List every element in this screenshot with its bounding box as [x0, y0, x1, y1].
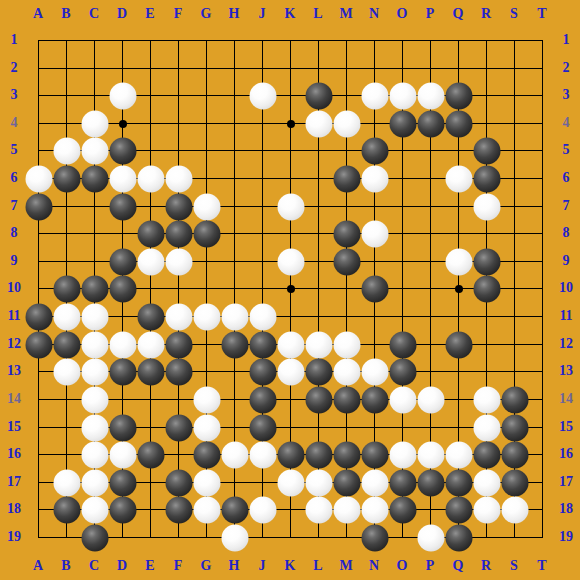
stone-black-D17 — [109, 469, 136, 496]
stone-black-D5 — [109, 137, 136, 164]
row-label-right-8: 8 — [563, 225, 570, 241]
stone-white-K9 — [277, 248, 304, 275]
stone-white-G15 — [193, 414, 220, 441]
col-label-top-E: E — [145, 6, 154, 22]
stone-black-R10 — [473, 275, 500, 302]
row-label-right-10: 10 — [559, 280, 573, 296]
stone-black-F13 — [165, 358, 192, 385]
stone-white-L17 — [305, 469, 332, 496]
row-label-right-5: 5 — [563, 142, 570, 158]
row-label-left-18: 18 — [7, 501, 21, 517]
stone-black-D13 — [109, 358, 136, 385]
stone-black-N10 — [361, 275, 388, 302]
row-label-right-17: 17 — [559, 474, 573, 490]
stone-black-N5 — [361, 137, 388, 164]
stone-black-F8 — [165, 220, 192, 247]
row-label-right-14: 14 — [559, 391, 573, 407]
stone-black-P4 — [417, 110, 444, 137]
stone-white-C17 — [81, 469, 108, 496]
row-label-left-6: 6 — [11, 170, 18, 186]
col-label-bottom-N: N — [369, 558, 379, 574]
stone-white-E12 — [137, 331, 164, 358]
stone-black-C6 — [81, 165, 108, 192]
stone-white-Q9 — [445, 248, 472, 275]
stone-black-G8 — [193, 220, 220, 247]
stone-white-P19 — [417, 524, 444, 551]
stone-white-J3 — [249, 82, 276, 109]
stone-white-J18 — [249, 496, 276, 523]
row-label-left-11: 11 — [7, 308, 20, 324]
stone-black-M14 — [333, 386, 360, 413]
stone-black-Q4 — [445, 110, 472, 137]
stone-white-N8 — [361, 220, 388, 247]
stone-black-B18 — [53, 496, 80, 523]
stone-white-K13 — [277, 358, 304, 385]
stone-black-F7 — [165, 193, 192, 220]
col-label-top-Q: Q — [453, 6, 464, 22]
stone-white-R15 — [473, 414, 500, 441]
stone-black-E11 — [137, 303, 164, 330]
stone-black-H12 — [221, 331, 248, 358]
grid-line-v-A — [38, 40, 39, 538]
stone-black-D15 — [109, 414, 136, 441]
row-label-right-2: 2 — [563, 60, 570, 76]
stone-black-M6 — [333, 165, 360, 192]
stone-black-S17 — [501, 469, 528, 496]
row-label-right-12: 12 — [559, 336, 573, 352]
stone-black-K16 — [277, 441, 304, 468]
stone-white-M13 — [333, 358, 360, 385]
star-point-K4 — [287, 120, 295, 128]
stone-black-S15 — [501, 414, 528, 441]
row-label-right-1: 1 — [563, 32, 570, 48]
stone-white-B11 — [53, 303, 80, 330]
stone-black-D10 — [109, 275, 136, 302]
go-board-app: AA11BB22CC33DD44EE55FF66GG77HH88JJ99KK10… — [0, 0, 580, 580]
stone-black-L13 — [305, 358, 332, 385]
row-label-right-13: 13 — [559, 363, 573, 379]
stone-black-D7 — [109, 193, 136, 220]
col-label-top-P: P — [426, 6, 435, 22]
row-label-left-5: 5 — [11, 142, 18, 158]
col-label-bottom-A: A — [33, 558, 43, 574]
stone-black-N14 — [361, 386, 388, 413]
stone-white-G11 — [193, 303, 220, 330]
stone-black-R6 — [473, 165, 500, 192]
stone-black-B6 — [53, 165, 80, 192]
stone-black-M17 — [333, 469, 360, 496]
col-label-top-O: O — [397, 6, 408, 22]
stone-black-J12 — [249, 331, 276, 358]
stone-black-R5 — [473, 137, 500, 164]
star-point-Q10 — [455, 285, 463, 293]
stone-black-O18 — [389, 496, 416, 523]
col-label-bottom-E: E — [145, 558, 154, 574]
row-label-left-3: 3 — [11, 87, 18, 103]
stone-white-G7 — [193, 193, 220, 220]
row-label-left-13: 13 — [7, 363, 21, 379]
row-label-left-12: 12 — [7, 336, 21, 352]
stone-white-B17 — [53, 469, 80, 496]
stone-black-F18 — [165, 496, 192, 523]
col-label-top-M: M — [339, 6, 352, 22]
stone-white-A6 — [25, 165, 52, 192]
stone-black-E8 — [137, 220, 164, 247]
row-label-right-15: 15 — [559, 419, 573, 435]
stone-black-H18 — [221, 496, 248, 523]
stone-white-Q6 — [445, 165, 472, 192]
stone-white-S18 — [501, 496, 528, 523]
stone-white-R17 — [473, 469, 500, 496]
stone-black-P17 — [417, 469, 444, 496]
row-label-right-9: 9 — [563, 253, 570, 269]
grid-line-h-14 — [38, 399, 543, 400]
stone-white-M4 — [333, 110, 360, 137]
col-label-bottom-O: O — [397, 558, 408, 574]
row-label-left-17: 17 — [7, 474, 21, 490]
stone-black-L14 — [305, 386, 332, 413]
stone-black-L3 — [305, 82, 332, 109]
stone-white-F11 — [165, 303, 192, 330]
stone-black-J15 — [249, 414, 276, 441]
col-label-bottom-K: K — [285, 558, 296, 574]
stone-black-F15 — [165, 414, 192, 441]
stone-white-F6 — [165, 165, 192, 192]
stone-white-C11 — [81, 303, 108, 330]
col-label-bottom-S: S — [510, 558, 518, 574]
row-label-right-3: 3 — [563, 87, 570, 103]
stone-white-K12 — [277, 331, 304, 358]
stone-black-R16 — [473, 441, 500, 468]
stone-black-N19 — [361, 524, 388, 551]
col-label-top-D: D — [117, 6, 127, 22]
stone-black-M8 — [333, 220, 360, 247]
stone-white-R18 — [473, 496, 500, 523]
col-label-bottom-T: T — [537, 558, 546, 574]
row-label-right-11: 11 — [559, 308, 572, 324]
row-label-right-19: 19 — [559, 529, 573, 545]
stone-white-K17 — [277, 469, 304, 496]
stone-black-B12 — [53, 331, 80, 358]
stone-black-S16 — [501, 441, 528, 468]
stone-white-J11 — [249, 303, 276, 330]
col-label-bottom-B: B — [61, 558, 70, 574]
col-label-top-R: R — [481, 6, 491, 22]
row-label-left-4: 4 — [11, 115, 18, 131]
stone-black-A12 — [25, 331, 52, 358]
row-label-left-16: 16 — [7, 446, 21, 462]
col-label-bottom-Q: Q — [453, 558, 464, 574]
stone-black-Q19 — [445, 524, 472, 551]
stone-black-G16 — [193, 441, 220, 468]
stone-black-E13 — [137, 358, 164, 385]
stone-white-B5 — [53, 137, 80, 164]
stone-white-C14 — [81, 386, 108, 413]
stone-black-O12 — [389, 331, 416, 358]
stone-white-M18 — [333, 496, 360, 523]
stone-white-M12 — [333, 331, 360, 358]
stone-white-L12 — [305, 331, 332, 358]
stone-white-N13 — [361, 358, 388, 385]
stone-black-M16 — [333, 441, 360, 468]
stone-black-O17 — [389, 469, 416, 496]
row-label-right-6: 6 — [563, 170, 570, 186]
col-label-bottom-P: P — [426, 558, 435, 574]
stone-white-C4 — [81, 110, 108, 137]
row-label-right-16: 16 — [559, 446, 573, 462]
col-label-bottom-H: H — [229, 558, 240, 574]
stone-black-F12 — [165, 331, 192, 358]
stone-black-J13 — [249, 358, 276, 385]
stone-white-E6 — [137, 165, 164, 192]
row-label-left-2: 2 — [11, 60, 18, 76]
stone-white-G14 — [193, 386, 220, 413]
col-label-bottom-G: G — [201, 558, 212, 574]
row-label-right-18: 18 — [559, 501, 573, 517]
col-label-bottom-L: L — [313, 558, 322, 574]
stone-black-A11 — [25, 303, 52, 330]
col-label-top-N: N — [369, 6, 379, 22]
stone-black-F17 — [165, 469, 192, 496]
stone-white-N17 — [361, 469, 388, 496]
stone-white-P14 — [417, 386, 444, 413]
col-label-top-G: G — [201, 6, 212, 22]
stone-black-S14 — [501, 386, 528, 413]
stone-black-N16 — [361, 441, 388, 468]
stone-white-N18 — [361, 496, 388, 523]
stone-white-E9 — [137, 248, 164, 275]
stone-white-P16 — [417, 441, 444, 468]
stone-white-D12 — [109, 331, 136, 358]
stone-white-B13 — [53, 358, 80, 385]
col-label-bottom-F: F — [174, 558, 183, 574]
stone-black-Q12 — [445, 331, 472, 358]
stone-white-K7 — [277, 193, 304, 220]
col-label-bottom-M: M — [339, 558, 352, 574]
col-label-top-C: C — [89, 6, 99, 22]
stone-black-O4 — [389, 110, 416, 137]
col-label-bottom-D: D — [117, 558, 127, 574]
star-point-D4 — [119, 120, 127, 128]
stone-white-H16 — [221, 441, 248, 468]
stone-black-Q18 — [445, 496, 472, 523]
stone-white-O14 — [389, 386, 416, 413]
stone-white-G17 — [193, 469, 220, 496]
grid-line-v-T — [542, 40, 543, 538]
row-label-left-19: 19 — [7, 529, 21, 545]
stone-white-P3 — [417, 82, 444, 109]
stone-white-G18 — [193, 496, 220, 523]
stone-white-N3 — [361, 82, 388, 109]
stone-white-Q16 — [445, 441, 472, 468]
stone-black-O13 — [389, 358, 416, 385]
stone-black-R9 — [473, 248, 500, 275]
col-label-top-B: B — [61, 6, 70, 22]
stone-white-N6 — [361, 165, 388, 192]
stone-white-C12 — [81, 331, 108, 358]
stone-black-M9 — [333, 248, 360, 275]
col-label-top-F: F — [174, 6, 183, 22]
stone-white-R14 — [473, 386, 500, 413]
col-label-top-S: S — [510, 6, 518, 22]
stone-white-H19 — [221, 524, 248, 551]
stone-white-O3 — [389, 82, 416, 109]
stone-black-D18 — [109, 496, 136, 523]
stone-white-D6 — [109, 165, 136, 192]
col-label-top-K: K — [285, 6, 296, 22]
stone-white-J16 — [249, 441, 276, 468]
row-label-left-15: 15 — [7, 419, 21, 435]
col-label-bottom-C: C — [89, 558, 99, 574]
stone-black-E16 — [137, 441, 164, 468]
stone-white-C5 — [81, 137, 108, 164]
row-label-left-8: 8 — [11, 225, 18, 241]
row-label-right-7: 7 — [563, 198, 570, 214]
col-label-top-H: H — [229, 6, 240, 22]
stone-black-J14 — [249, 386, 276, 413]
grid-line-h-11 — [38, 316, 543, 317]
star-point-K10 — [287, 285, 295, 293]
stone-white-C15 — [81, 414, 108, 441]
stone-white-D16 — [109, 441, 136, 468]
stone-white-F9 — [165, 248, 192, 275]
stone-black-B10 — [53, 275, 80, 302]
stone-white-R7 — [473, 193, 500, 220]
col-label-top-J: J — [259, 6, 266, 22]
stone-black-C19 — [81, 524, 108, 551]
stone-white-C13 — [81, 358, 108, 385]
stone-black-A7 — [25, 193, 52, 220]
stone-black-Q17 — [445, 469, 472, 496]
stone-white-D3 — [109, 82, 136, 109]
row-label-left-7: 7 — [11, 198, 18, 214]
grid-line-v-F — [178, 40, 179, 538]
stone-white-H11 — [221, 303, 248, 330]
stone-white-L18 — [305, 496, 332, 523]
stone-black-C10 — [81, 275, 108, 302]
col-label-top-A: A — [33, 6, 43, 22]
row-label-left-14: 14 — [7, 391, 21, 407]
col-label-top-T: T — [537, 6, 546, 22]
stone-black-Q3 — [445, 82, 472, 109]
row-label-left-9: 9 — [11, 253, 18, 269]
stone-white-C18 — [81, 496, 108, 523]
stone-black-D9 — [109, 248, 136, 275]
col-label-bottom-J: J — [259, 558, 266, 574]
row-label-left-1: 1 — [11, 32, 18, 48]
stone-white-L4 — [305, 110, 332, 137]
row-label-right-4: 4 — [563, 115, 570, 131]
row-label-left-10: 10 — [7, 280, 21, 296]
stone-white-O16 — [389, 441, 416, 468]
col-label-bottom-R: R — [481, 558, 491, 574]
col-label-top-L: L — [313, 6, 322, 22]
stone-black-L16 — [305, 441, 332, 468]
stone-white-C16 — [81, 441, 108, 468]
